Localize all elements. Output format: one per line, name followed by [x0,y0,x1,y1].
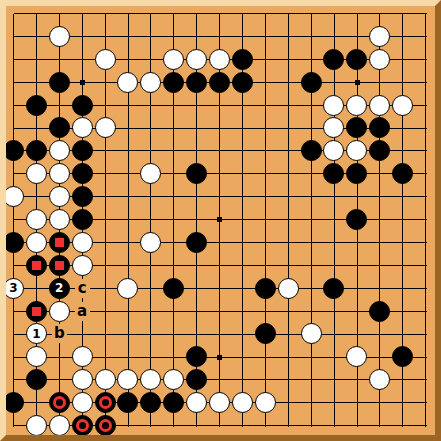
move-number: 1 [32,328,40,340]
stone-white[interactable] [186,392,207,413]
stone-white[interactable] [369,49,390,70]
intersection: b [48,323,71,346]
stone-black[interactable] [49,232,70,253]
intersection [368,48,391,71]
stone-white[interactable] [72,255,93,276]
move-number: 3 [9,282,17,294]
intersection [71,117,94,140]
intersection [231,71,254,94]
stone-white[interactable] [140,72,161,93]
intersection [391,162,414,185]
intersection [254,323,277,346]
point-label-c[interactable]: c [75,279,90,298]
intersection [25,231,48,254]
intersection [48,391,71,414]
intersection-grid: 32ca1b [2,2,437,437]
stone-white[interactable] [49,163,70,184]
stone-black[interactable] [255,278,276,299]
stone-white[interactable] [26,346,47,367]
stone-white[interactable] [140,369,161,390]
intersection [185,71,208,94]
stone-white[interactable] [255,392,276,413]
intersection [48,208,71,231]
intersection [368,94,391,117]
intersection: 2 [48,277,71,300]
intersection [391,94,414,117]
stone-black[interactable] [163,72,184,93]
intersection [277,277,300,300]
stone-black[interactable] [163,392,184,413]
intersection [185,391,208,414]
stone-white[interactable] [232,392,253,413]
intersection [345,162,368,185]
intersection [71,254,94,277]
intersection: 3 [2,277,25,300]
stone-black[interactable] [26,95,47,116]
stone-white[interactable] [186,49,207,70]
intersection [71,208,94,231]
intersection [25,254,48,277]
stone-white[interactable] [117,369,138,390]
intersection [2,139,25,162]
stone-black[interactable] [346,163,367,184]
stone-white[interactable] [140,163,161,184]
intersection [368,139,391,162]
stone-white[interactable] [3,186,24,207]
stone-white[interactable] [72,392,93,413]
stone-black[interactable] [346,209,367,230]
intersection [139,162,162,185]
go-board[interactable]: 32ca1b [0,0,441,441]
intersection [162,71,185,94]
stone-black[interactable] [95,392,116,413]
intersection [208,391,231,414]
stone-black[interactable] [26,301,47,322]
stone-black[interactable] [209,72,230,93]
stone-black[interactable] [49,392,70,413]
red-square-marker [55,238,64,247]
intersection [71,185,94,208]
intersection [48,231,71,254]
intersection [345,345,368,368]
intersection: 1 [25,323,48,346]
intersection [323,117,346,140]
intersection [368,368,391,391]
stone-white[interactable] [323,117,344,138]
intersection [254,391,277,414]
stone-white[interactable] [346,346,367,367]
stone-black[interactable] [301,140,322,161]
stone-black[interactable] [369,117,390,138]
stone-black[interactable] [186,163,207,184]
intersection [94,391,117,414]
stone-black[interactable] [323,163,344,184]
intersection [117,277,140,300]
stone-black[interactable] [26,369,47,390]
intersection [345,117,368,140]
intersection [117,368,140,391]
stone-white[interactable] [26,232,47,253]
intersection [25,345,48,368]
intersection [185,368,208,391]
intersection [94,368,117,391]
intersection [208,48,231,71]
stone-black[interactable] [95,415,116,436]
stone-white[interactable] [72,117,93,138]
stone-black[interactable] [323,278,344,299]
red-circle-marker [99,396,112,409]
intersection [139,368,162,391]
intersection [48,162,71,185]
stone-black[interactable] [186,72,207,93]
intersection [71,231,94,254]
intersection [2,391,25,414]
intersection [139,71,162,94]
stone-black[interactable] [72,209,93,230]
intersection [345,48,368,71]
intersection [71,162,94,185]
intersection [71,391,94,414]
intersection [94,48,117,71]
intersection [25,300,48,323]
intersection [2,185,25,208]
intersection [368,25,391,48]
red-circle-marker [53,396,66,409]
stone-black[interactable] [3,232,24,253]
stone-white[interactable] [323,95,344,116]
intersection [162,48,185,71]
intersection [117,71,140,94]
stone-black[interactable] [186,346,207,367]
intersection [185,345,208,368]
stone-black[interactable]: 2 [49,278,70,299]
intersection [71,94,94,117]
intersection [25,139,48,162]
intersection [71,139,94,162]
intersection [25,162,48,185]
stone-black[interactable] [26,140,47,161]
stone-white[interactable] [369,95,390,116]
intersection [48,71,71,94]
intersection [345,139,368,162]
intersection [345,208,368,231]
intersection [48,185,71,208]
stone-white[interactable] [117,278,138,299]
stone-black[interactable] [392,163,413,184]
intersection [300,323,323,346]
stone-white[interactable] [301,323,322,344]
stone-white[interactable] [26,209,47,230]
intersection [345,94,368,117]
stone-white[interactable] [72,232,93,253]
intersection: c [71,277,94,300]
stone-black[interactable] [186,232,207,253]
intersection [300,139,323,162]
stone-black[interactable] [49,72,70,93]
intersection [323,48,346,71]
stone-white[interactable] [117,72,138,93]
intersection [231,48,254,71]
stone-black[interactable] [140,392,161,413]
stone-white[interactable] [26,415,47,436]
intersection [2,231,25,254]
stone-black[interactable] [232,72,253,93]
intersection [48,300,71,323]
intersection [323,94,346,117]
intersection [71,414,94,437]
stone-white[interactable] [369,26,390,47]
stone-black[interactable] [3,392,24,413]
stone-black[interactable] [72,140,93,161]
intersection [48,414,71,437]
point-label-b[interactable]: b [52,324,67,343]
stone-white[interactable] [26,163,47,184]
stone-white[interactable] [72,369,93,390]
stone-white[interactable] [278,278,299,299]
intersection [139,231,162,254]
intersection [323,139,346,162]
red-circle-marker [76,419,89,432]
stone-black[interactable] [3,140,24,161]
intersection: a [71,300,94,323]
red-circle-marker [99,419,112,432]
stone-black[interactable] [232,49,253,70]
intersection [25,208,48,231]
intersection [208,71,231,94]
point-label-a[interactable]: a [75,302,90,321]
stone-white[interactable] [392,95,413,116]
stone-black[interactable] [255,323,276,344]
intersection [162,391,185,414]
intersection [231,391,254,414]
stone-white[interactable] [49,186,70,207]
intersection [94,117,117,140]
red-square-marker [32,261,41,270]
intersection [94,414,117,437]
stone-black[interactable] [49,117,70,138]
stone-white[interactable] [163,369,184,390]
stone-black[interactable] [323,49,344,70]
intersection [25,414,48,437]
stone-white[interactable] [95,117,116,138]
intersection [185,162,208,185]
stone-white[interactable] [346,140,367,161]
stone-white[interactable] [95,369,116,390]
stone-black[interactable] [346,117,367,138]
stone-black[interactable] [72,186,93,207]
stone-white[interactable] [209,49,230,70]
intersection [185,231,208,254]
stone-black[interactable] [72,415,93,436]
red-square-marker [55,261,64,270]
stone-white[interactable] [49,26,70,47]
stone-white[interactable]: 1 [26,323,47,344]
intersection [25,94,48,117]
stone-white[interactable] [49,301,70,322]
intersection [254,277,277,300]
intersection [117,391,140,414]
intersection [323,162,346,185]
red-square-marker [32,307,41,316]
intersection [368,117,391,140]
stone-black[interactable] [163,278,184,299]
stone-white[interactable] [49,415,70,436]
stone-white[interactable]: 3 [3,278,24,299]
intersection [48,117,71,140]
stone-white[interactable] [369,369,390,390]
intersection [162,368,185,391]
intersection [48,254,71,277]
stone-white[interactable] [72,346,93,367]
stone-white[interactable] [323,140,344,161]
stone-white[interactable] [346,95,367,116]
intersection [25,368,48,391]
intersection [48,139,71,162]
intersection [162,277,185,300]
stone-black[interactable] [49,255,70,276]
intersection [300,71,323,94]
stone-black[interactable] [392,346,413,367]
stone-black[interactable] [72,163,93,184]
stone-black[interactable] [369,301,390,322]
stone-black[interactable] [26,255,47,276]
move-number: 2 [55,282,63,294]
intersection [71,345,94,368]
intersection [368,300,391,323]
stone-black[interactable] [186,369,207,390]
stone-white[interactable] [49,140,70,161]
stone-black[interactable] [72,95,93,116]
stone-white[interactable] [140,232,161,253]
intersection [185,48,208,71]
stone-white[interactable] [209,392,230,413]
intersection [139,391,162,414]
stone-black[interactable] [117,392,138,413]
stone-black[interactable] [369,140,390,161]
stone-black[interactable] [301,72,322,93]
intersection [71,368,94,391]
stone-white[interactable] [49,209,70,230]
stone-black[interactable] [346,49,367,70]
stone-white[interactable] [95,49,116,70]
stone-white[interactable] [163,49,184,70]
intersection [391,345,414,368]
intersection [323,277,346,300]
intersection [48,25,71,48]
